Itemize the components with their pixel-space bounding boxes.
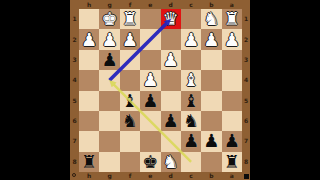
square-a1[interactable]: ♜ xyxy=(222,9,242,29)
square-b6[interactable] xyxy=(201,111,221,131)
piece-black-pawn: ♟ xyxy=(224,132,240,150)
piece-white-pawn: ♟ xyxy=(122,30,138,48)
piece-black-pawn: ♟ xyxy=(142,91,158,109)
square-g2[interactable]: ♟ xyxy=(99,29,119,49)
file-label-bottom-f: f xyxy=(129,173,132,179)
square-b4[interactable] xyxy=(201,70,221,90)
rank-label-right-8: 8 xyxy=(244,159,248,165)
rank-label-left-4: 4 xyxy=(72,77,76,83)
square-f3[interactable] xyxy=(120,50,140,70)
file-label-top-c: c xyxy=(189,2,193,8)
square-e6[interactable] xyxy=(140,111,160,131)
square-d3[interactable]: ♟ xyxy=(161,50,181,70)
square-d1[interactable]: ♛ xyxy=(161,9,181,29)
square-h7[interactable] xyxy=(79,131,99,151)
square-f8[interactable] xyxy=(120,152,140,172)
rank-label-left-7: 7 xyxy=(72,138,76,144)
piece-black-knight: ♞ xyxy=(183,112,199,130)
piece-white-queen: ♛ xyxy=(163,10,179,28)
square-g8[interactable] xyxy=(99,152,119,172)
square-a4[interactable] xyxy=(222,70,242,90)
square-h1[interactable] xyxy=(79,9,99,29)
square-e3[interactable] xyxy=(140,50,160,70)
square-h4[interactable] xyxy=(79,70,99,90)
piece-black-king: ♚ xyxy=(142,152,158,170)
file-label-top-e: e xyxy=(148,2,152,8)
square-c8[interactable] xyxy=(181,152,201,172)
square-c4[interactable]: ♝ xyxy=(181,70,201,90)
square-h2[interactable]: ♟ xyxy=(79,29,99,49)
square-a2[interactable]: ♟ xyxy=(222,29,242,49)
square-e5[interactable]: ♟ xyxy=(140,91,160,111)
piece-black-rook: ♜ xyxy=(81,152,97,170)
square-h3[interactable] xyxy=(79,50,99,70)
file-label-top-b: b xyxy=(209,2,213,8)
file-label-bottom-d: d xyxy=(169,173,173,179)
rank-label-right-7: 7 xyxy=(244,138,248,144)
piece-black-pawn: ♟ xyxy=(183,132,199,150)
square-c6[interactable]: ♞ xyxy=(181,111,201,131)
file-label-top-h: h xyxy=(87,2,91,8)
file-label-bottom-b: b xyxy=(209,173,213,179)
piece-white-pawn: ♟ xyxy=(203,30,219,48)
piece-black-knight: ♞ xyxy=(122,112,138,130)
square-f4[interactable] xyxy=(120,70,140,90)
square-e7[interactable] xyxy=(140,131,160,151)
piece-black-bishop: ♝ xyxy=(122,91,138,109)
square-a7[interactable]: ♟ xyxy=(222,131,242,151)
file-label-top-a: a xyxy=(230,2,234,8)
piece-black-pawn: ♟ xyxy=(203,132,219,150)
square-d7[interactable] xyxy=(161,131,181,151)
square-d4[interactable] xyxy=(161,70,181,90)
rank-label-left-5: 5 xyxy=(72,98,76,104)
square-a8[interactable]: ♜ xyxy=(222,152,242,172)
piece-white-king: ♚ xyxy=(101,10,117,28)
square-g1[interactable]: ♚ xyxy=(99,9,119,29)
square-c7[interactable]: ♟ xyxy=(181,131,201,151)
square-g7[interactable] xyxy=(99,131,119,151)
piece-white-knight: ♞ xyxy=(163,152,179,170)
square-f6[interactable]: ♞ xyxy=(120,111,140,131)
rank-label-left-1: 1 xyxy=(72,16,76,22)
corner-square-marker xyxy=(244,174,249,179)
square-f1[interactable]: ♜ xyxy=(120,9,140,29)
letterbox-right xyxy=(250,0,320,180)
square-a6[interactable] xyxy=(222,111,242,131)
piece-white-bishop: ♝ xyxy=(183,71,199,89)
square-a5[interactable] xyxy=(222,91,242,111)
square-b2[interactable]: ♟ xyxy=(201,29,221,49)
rank-labels-left: 12345678 xyxy=(70,9,79,172)
square-e1[interactable] xyxy=(140,9,160,29)
rank-label-left-6: 6 xyxy=(72,118,76,124)
rank-label-left-2: 2 xyxy=(72,37,76,43)
square-c5[interactable]: ♝ xyxy=(181,91,201,111)
file-label-top-d: d xyxy=(169,2,173,8)
square-d8[interactable]: ♞ xyxy=(161,152,181,172)
square-e2[interactable] xyxy=(140,29,160,49)
square-f2[interactable]: ♟ xyxy=(120,29,140,49)
letterbox-left xyxy=(0,0,70,180)
rank-labels-right: 12345678 xyxy=(242,9,250,172)
chess-board: hgfedcba hgfedcba 12345678 12345678 ♚♜♛♞… xyxy=(70,0,250,180)
square-a3[interactable] xyxy=(222,50,242,70)
square-b5[interactable] xyxy=(201,91,221,111)
rank-label-right-5: 5 xyxy=(244,98,248,104)
square-b1[interactable]: ♞ xyxy=(201,9,221,29)
square-g6[interactable] xyxy=(99,111,119,131)
corner-circle-marker xyxy=(72,173,76,177)
square-f7[interactable] xyxy=(120,131,140,151)
piece-white-rook: ♜ xyxy=(122,10,138,28)
file-label-bottom-c: c xyxy=(189,173,193,179)
piece-white-pawn: ♟ xyxy=(163,50,179,68)
file-label-bottom-g: g xyxy=(107,173,111,179)
piece-white-knight: ♞ xyxy=(203,10,219,28)
video-frame: hgfedcba hgfedcba 12345678 12345678 ♚♜♛♞… xyxy=(0,0,320,180)
square-c1[interactable] xyxy=(181,9,201,29)
file-label-bottom-a: a xyxy=(230,173,234,179)
square-g3[interactable]: ♟ xyxy=(99,50,119,70)
square-b8[interactable] xyxy=(201,152,221,172)
piece-white-pawn: ♟ xyxy=(183,30,199,48)
piece-white-pawn: ♟ xyxy=(81,30,97,48)
piece-white-pawn: ♟ xyxy=(224,30,240,48)
piece-white-pawn: ♟ xyxy=(142,71,158,89)
square-g4[interactable] xyxy=(99,70,119,90)
rank-label-right-3: 3 xyxy=(244,57,248,63)
board-squares: ♚♜♛♞♜♟♟♟♟♟♟♟♟♟♝♝♟♝♞♟♞♟♟♟♜♚♞♜ xyxy=(79,9,242,172)
square-d2[interactable] xyxy=(161,29,181,49)
piece-black-bishop: ♝ xyxy=(183,91,199,109)
square-d5[interactable] xyxy=(161,91,181,111)
square-e8[interactable]: ♚ xyxy=(140,152,160,172)
piece-black-rook: ♜ xyxy=(224,152,240,170)
piece-black-pawn: ♟ xyxy=(101,50,117,68)
square-c3[interactable] xyxy=(181,50,201,70)
rank-label-left-8: 8 xyxy=(72,159,76,165)
file-label-top-g: g xyxy=(107,2,111,8)
rank-label-right-1: 1 xyxy=(244,16,248,22)
piece-black-pawn: ♟ xyxy=(163,112,179,130)
piece-white-pawn: ♟ xyxy=(101,30,117,48)
square-c2[interactable]: ♟ xyxy=(181,29,201,49)
square-b7[interactable]: ♟ xyxy=(201,131,221,151)
square-h8[interactable]: ♜ xyxy=(79,152,99,172)
square-e4[interactable]: ♟ xyxy=(140,70,160,90)
square-h5[interactable] xyxy=(79,91,99,111)
rank-label-right-6: 6 xyxy=(244,118,248,124)
rank-label-left-3: 3 xyxy=(72,57,76,63)
rank-label-right-2: 2 xyxy=(244,37,248,43)
square-h6[interactable] xyxy=(79,111,99,131)
file-labels-top: hgfedcba xyxy=(79,0,242,9)
square-b3[interactable] xyxy=(201,50,221,70)
file-label-bottom-h: h xyxy=(87,173,91,179)
file-label-bottom-e: e xyxy=(148,173,152,179)
square-f5[interactable]: ♝ xyxy=(120,91,140,111)
piece-white-rook: ♜ xyxy=(224,10,240,28)
rank-label-right-4: 4 xyxy=(244,77,248,83)
file-labels-bottom: hgfedcba xyxy=(79,172,242,180)
file-label-top-f: f xyxy=(129,2,132,8)
square-d6[interactable]: ♟ xyxy=(161,111,181,131)
square-g5[interactable] xyxy=(99,91,119,111)
